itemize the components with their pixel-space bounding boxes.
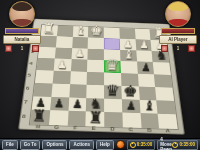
square-d2[interactable] <box>104 38 120 50</box>
white-chip-icon <box>32 45 39 52</box>
square-g5[interactable] <box>52 71 70 84</box>
black-player-avatar[interactable] <box>165 1 191 27</box>
square-c4[interactable] <box>120 61 137 74</box>
black-captured-chips: 1 <box>161 45 195 52</box>
square-g4[interactable]: ♟ <box>54 59 72 72</box>
square-a3[interactable]: ♞ <box>152 51 169 63</box>
square-g1[interactable] <box>57 26 73 37</box>
piece-black-r-h8[interactable]: ♜ <box>32 107 48 124</box>
clock-icon <box>130 142 136 148</box>
square-d7[interactable] <box>104 98 122 112</box>
square-b4[interactable]: ♟ <box>137 62 154 75</box>
black-player-panel: AI Player 1 <box>159 1 197 52</box>
square-b5[interactable] <box>137 74 155 87</box>
options-menu-button[interactable]: Options <box>42 140 67 150</box>
square-e4[interactable] <box>87 60 104 73</box>
black-chip-icon <box>161 45 168 52</box>
white-avatar-torso <box>11 19 33 27</box>
rank-label-5: 5 <box>27 69 32 82</box>
white-clock-time: 0:35:00 <box>137 142 153 147</box>
square-e2[interactable] <box>88 37 104 49</box>
board-grid: ♜♝♚♜♟♟♟♟♝♞♟♛♟♛♚♟♟♟♞♟♝♜♜ <box>29 24 179 130</box>
piece-white-p-f3[interactable]: ♟ <box>75 48 85 59</box>
piece-white-p-b2[interactable]: ♟ <box>139 39 149 50</box>
square-h6[interactable] <box>33 83 52 97</box>
white-avatar-hair <box>12 1 32 11</box>
white-chip-count: 1 <box>21 46 24 51</box>
turn-indicator-icon <box>116 140 125 149</box>
piece-white-r-h1[interactable]: ♜ <box>42 21 55 36</box>
piece-black-q-d6[interactable]: ♛ <box>106 82 121 98</box>
board-perspective-wrap: ♜♝♚♜♟♟♟♟♝♞♟♛♟♛♚♟♟♟♞♟♝♜♜ HGFEDCBA 1234567… <box>27 0 177 146</box>
actions-menu-button[interactable]: Actions <box>69 140 94 150</box>
move-message-panel: 4 Move Pawn 0:35:00 <box>157 140 198 150</box>
square-g2[interactable] <box>56 36 73 48</box>
help-menu-button[interactable]: Help <box>96 140 114 150</box>
white-captured-chips: 1 <box>5 45 39 52</box>
square-a6[interactable] <box>155 87 174 101</box>
black-avatar-banner <box>161 28 195 34</box>
piece-black-r-e8[interactable]: ♜ <box>88 109 103 126</box>
square-c7[interactable]: ♟ <box>122 99 140 113</box>
square-h5[interactable] <box>35 70 53 83</box>
piece-white-b-f1[interactable]: ♝ <box>75 24 86 37</box>
black-avatar-hair <box>168 1 188 11</box>
square-e1[interactable]: ♚ <box>88 27 104 38</box>
rank-label-7: 7 <box>23 95 28 109</box>
rank-label-8: 8 <box>21 109 26 124</box>
square-h4[interactable] <box>37 58 55 71</box>
square-f4[interactable] <box>70 59 87 72</box>
square-g6[interactable] <box>51 83 69 97</box>
clock-icon <box>172 142 178 148</box>
square-e5[interactable] <box>87 72 104 85</box>
square-c6[interactable]: ♚ <box>121 86 139 100</box>
piece-white-b-c3[interactable]: ♝ <box>123 48 135 61</box>
square-f6[interactable] <box>69 84 87 98</box>
black-clock-time: 0:35:00 <box>179 142 195 147</box>
piece-black-p-b4[interactable]: ♟ <box>141 62 151 73</box>
white-player-nameplate: Natalia <box>3 35 41 44</box>
white-chip-icon <box>5 45 12 52</box>
white-player-panel: Natalia 1 <box>3 1 41 52</box>
go-to-menu-button[interactable]: Go To <box>20 140 41 150</box>
white-player-avatar[interactable] <box>9 1 35 27</box>
square-f7[interactable]: ♟ <box>68 97 86 111</box>
square-d6[interactable]: ♛ <box>104 85 122 99</box>
piece-white-q-d4[interactable]: ♛ <box>106 57 120 72</box>
file-menu-button[interactable]: File <box>2 140 18 150</box>
piece-black-b-b7[interactable]: ♝ <box>143 99 156 113</box>
square-a4[interactable] <box>153 62 171 75</box>
piece-black-p-f7[interactable]: ♟ <box>72 98 83 110</box>
square-f3[interactable]: ♟ <box>71 48 88 60</box>
square-h1[interactable]: ♜ <box>41 25 58 36</box>
piece-white-k-e1[interactable]: ♚ <box>90 23 103 38</box>
square-f1[interactable]: ♝ <box>72 26 88 37</box>
square-d1[interactable] <box>104 27 120 38</box>
square-d4[interactable]: ♛ <box>104 60 121 73</box>
black-chip-count: 1 <box>177 46 180 51</box>
status-bar: File Go To Options Actions Help 0:35:00 … <box>0 138 200 150</box>
move-message-text: 4 Move Pawn <box>160 137 172 150</box>
white-avatar-banner <box>5 28 39 34</box>
white-clock: 0:35:00 <box>127 140 156 150</box>
black-avatar-torso <box>167 19 189 27</box>
square-f5[interactable] <box>70 71 88 84</box>
square-e3[interactable] <box>88 48 104 60</box>
piece-black-k-c6[interactable]: ♚ <box>123 82 138 98</box>
square-b2[interactable]: ♟ <box>135 39 152 51</box>
rank-label-6: 6 <box>25 82 30 95</box>
square-h2[interactable] <box>39 36 56 48</box>
black-chip-icon <box>188 45 195 52</box>
square-a7[interactable] <box>157 100 176 114</box>
file-label-B: B <box>140 127 159 133</box>
square-b7[interactable]: ♝ <box>139 100 158 114</box>
square-g7[interactable]: ♟ <box>50 97 69 111</box>
piece-black-p-c7[interactable]: ♟ <box>126 100 137 112</box>
file-label-G: G <box>47 124 66 130</box>
black-player-nameplate: AI Player <box>159 35 197 44</box>
rank-label-4: 4 <box>29 57 34 69</box>
square-c3[interactable]: ♝ <box>120 50 137 62</box>
square-a5[interactable] <box>154 74 172 87</box>
chess-app-window: ♜♝♚♜♟♟♟♟♝♞♟♛♟♛♚♟♟♟♞♟♝♜♜ HGFEDCBA 1234567… <box>0 0 200 150</box>
square-e8[interactable]: ♜ <box>86 112 104 127</box>
piece-black-p-g7[interactable]: ♟ <box>54 98 65 110</box>
piece-white-p-g4[interactable]: ♟ <box>57 59 67 70</box>
